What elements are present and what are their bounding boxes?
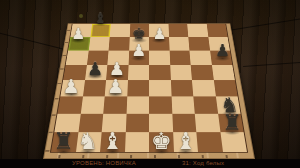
- square-g4[interactable]: [192, 80, 216, 96]
- square-e2[interactable]: [149, 114, 173, 132]
- square-c2[interactable]: [102, 114, 126, 132]
- legal-move-dot-a8[interactable]: [79, 14, 83, 18]
- square-d3[interactable]: [126, 96, 149, 113]
- square-g2[interactable]: [195, 114, 220, 132]
- square-h3[interactable]: [215, 96, 240, 113]
- square-g6[interactable]: [189, 51, 211, 65]
- square-h4[interactable]: [213, 80, 237, 96]
- square-b7[interactable]: [88, 37, 109, 51]
- square-b4[interactable]: [83, 80, 107, 96]
- square-a8[interactable]: [70, 24, 91, 37]
- square-b5[interactable]: [85, 65, 108, 80]
- chess-app-screen: ♝♚♟♟♟♟♟♟♟♟♞♜♜♞♝♚♝ УРОВЕНЬ: НОВИЧКА 31: Х…: [0, 0, 300, 168]
- square-h7[interactable]: [208, 37, 230, 51]
- square-c8[interactable]: [110, 24, 130, 37]
- square-d5[interactable]: [128, 65, 149, 80]
- square-d8[interactable]: [129, 24, 149, 37]
- square-h6[interactable]: [210, 51, 233, 65]
- square-g1[interactable]: [196, 132, 222, 152]
- wood-plank-seam: [0, 32, 63, 50]
- square-e8[interactable]: [149, 24, 169, 37]
- square-e7[interactable]: [149, 37, 169, 51]
- difficulty-level-label: УРОВЕНЬ: НОВИЧКА: [72, 159, 136, 168]
- square-h2[interactable]: [218, 114, 244, 132]
- square-c7[interactable]: [109, 37, 130, 51]
- move-turn-indicator: 31: Ход белых: [182, 159, 224, 168]
- square-c6[interactable]: [107, 51, 128, 65]
- square-b1[interactable]: [76, 132, 102, 152]
- square-e5[interactable]: [149, 65, 170, 80]
- square-f6[interactable]: [169, 51, 190, 65]
- square-c1[interactable]: [100, 132, 125, 152]
- square-e3[interactable]: [149, 96, 172, 113]
- square-d2[interactable]: [125, 114, 149, 132]
- square-c5[interactable]: [106, 65, 128, 80]
- square-a6[interactable]: [66, 51, 89, 65]
- square-a2[interactable]: [54, 114, 80, 132]
- square-f2[interactable]: [172, 114, 196, 132]
- square-a4[interactable]: [60, 80, 84, 96]
- square-g5[interactable]: [191, 65, 214, 80]
- square-d4[interactable]: [127, 80, 149, 96]
- square-h1[interactable]: [220, 132, 247, 152]
- square-d1[interactable]: [125, 132, 150, 152]
- square-d6[interactable]: [128, 51, 149, 65]
- square-g8[interactable]: [187, 24, 208, 37]
- square-a3[interactable]: [57, 96, 82, 113]
- square-f5[interactable]: [170, 65, 192, 80]
- square-f7[interactable]: [169, 37, 190, 51]
- status-bar: УРОВЕНЬ: НОВИЧКА 31: Ход белых: [0, 159, 300, 168]
- square-c4[interactable]: [105, 80, 128, 96]
- square-e1[interactable]: [149, 132, 174, 152]
- square-f4[interactable]: [170, 80, 193, 96]
- square-f3[interactable]: [171, 96, 195, 113]
- wood-plank-seam: [243, 62, 300, 67]
- square-b3[interactable]: [80, 96, 104, 113]
- square-c3[interactable]: [103, 96, 127, 113]
- square-f1[interactable]: [173, 132, 198, 152]
- square-e6[interactable]: [149, 51, 170, 65]
- square-e4[interactable]: [149, 80, 171, 96]
- selected-square-a7[interactable]: [68, 37, 90, 51]
- square-d7[interactable]: [129, 37, 149, 51]
- square-a5[interactable]: [63, 65, 86, 80]
- wood-plank-seam: [226, 18, 300, 32]
- square-h5[interactable]: [211, 65, 234, 80]
- square-a1[interactable]: [51, 132, 78, 152]
- square-b6[interactable]: [87, 51, 109, 65]
- square-f8[interactable]: [168, 24, 188, 37]
- square-g3[interactable]: [193, 96, 217, 113]
- capture-target-square-b8[interactable]: [90, 24, 111, 37]
- square-b2[interactable]: [78, 114, 103, 132]
- square-h8[interactable]: [206, 24, 227, 37]
- chess-board[interactable]: [51, 24, 247, 152]
- square-g7[interactable]: [188, 37, 209, 51]
